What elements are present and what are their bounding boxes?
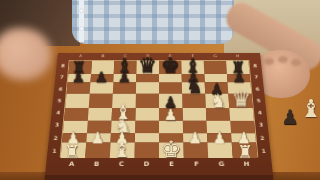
square-a5 <box>65 94 89 108</box>
square-e6 <box>159 82 182 93</box>
coord-label-3: 3 <box>256 119 267 132</box>
captured-black-pawn: ♟ <box>281 107 299 127</box>
square-g2: ♟ <box>207 133 232 143</box>
knuckle <box>291 59 301 66</box>
square-c2: ♟ <box>111 133 135 143</box>
square-h7: ♟ <box>227 74 250 83</box>
coord-label-B: B <box>91 54 114 60</box>
coord-label-H: H <box>226 54 249 60</box>
coord-label-1: 1 <box>258 144 269 157</box>
square-e5: ♟ <box>159 94 182 108</box>
coord-label-4: 4 <box>254 106 265 118</box>
square-d7 <box>136 74 159 83</box>
square-g8 <box>204 61 227 74</box>
square-d5 <box>136 94 159 108</box>
coord-label-6: 6 <box>55 83 65 95</box>
piece-white-queen: ♛ <box>232 91 251 109</box>
square-b8 <box>91 61 114 74</box>
square-d3 <box>135 120 159 132</box>
square-c4: ♝ <box>112 108 136 121</box>
coord-label-G: G <box>204 54 227 60</box>
square-a7: ♟ <box>68 74 91 83</box>
coord-label-7: 7 <box>251 71 261 82</box>
square-d2 <box>135 133 159 143</box>
piece-black-bishop: ♝ <box>116 59 133 75</box>
piece-white-rook: ♜ <box>64 144 80 159</box>
square-f2: ♟ <box>183 133 207 143</box>
square-d8: ♛ <box>136 61 159 74</box>
piece-white-king: ♚ <box>161 140 181 159</box>
square-b1 <box>85 143 110 158</box>
square-h6 <box>228 82 252 93</box>
shirt-button <box>80 9 83 12</box>
coord-label-C: C <box>114 54 137 60</box>
piece-black-pawn: ♟ <box>164 96 178 109</box>
square-h3 <box>230 120 255 132</box>
coord-label-7: 7 <box>57 71 67 82</box>
coord-label-6: 6 <box>252 83 262 95</box>
square-g5: ♞ <box>205 94 229 108</box>
square-c5 <box>112 94 136 108</box>
file-labels-top: ABCDEFGH <box>69 54 249 60</box>
coord-label-1: 1 <box>49 144 60 157</box>
square-e1: ♚ <box>159 143 184 158</box>
piece-white-knight: ♞ <box>114 118 131 134</box>
square-c6 <box>113 82 136 93</box>
piece-black-knight: ♞ <box>186 79 203 95</box>
square-a1: ♜ <box>61 143 87 158</box>
coord-label-A: A <box>58 161 84 172</box>
piece-white-bishop: ♝ <box>114 105 132 122</box>
square-b3 <box>87 120 112 132</box>
coord-label-5: 5 <box>54 94 64 106</box>
square-f5 <box>182 94 206 108</box>
piece-black-king: ♚ <box>161 57 180 75</box>
square-a6 <box>67 82 91 93</box>
coord-label-8: 8 <box>58 60 68 71</box>
square-g6: ♟ <box>205 82 229 93</box>
board-squares: ♜♝♛♚♝♜♟♟♟♟♟♞♟♟♞♛♝♟♞♟♟♟♟♟♟♜♝♚♜ <box>60 60 259 157</box>
file-labels-bottom: ABCDEFGH <box>58 161 259 172</box>
square-g4 <box>206 108 230 121</box>
coord-label-A: A <box>69 54 92 60</box>
square-e8: ♚ <box>159 61 182 74</box>
square-a2: ♟ <box>62 133 87 143</box>
square-c1: ♝ <box>110 143 135 158</box>
piece-black-queen: ♛ <box>138 57 157 75</box>
square-f1 <box>183 143 208 158</box>
square-e2 <box>159 133 183 143</box>
coord-label-F: F <box>181 54 204 60</box>
coord-label-8: 8 <box>250 60 260 71</box>
piece-black-bishop: ♝ <box>185 59 202 75</box>
square-d6 <box>136 82 159 93</box>
knuckle <box>264 58 274 65</box>
square-g1 <box>207 143 232 158</box>
coord-label-E: E <box>159 54 182 60</box>
piece-white-rook: ♜ <box>238 144 254 159</box>
square-c8: ♝ <box>114 61 137 74</box>
piece-white-knight: ♞ <box>209 93 226 109</box>
square-f8: ♝ <box>181 61 204 74</box>
square-h2: ♟ <box>231 133 256 143</box>
square-g7 <box>204 74 227 83</box>
coord-label-4: 4 <box>53 106 64 118</box>
square-e3 <box>159 120 183 132</box>
square-e7 <box>159 74 182 83</box>
square-c3: ♞ <box>111 120 135 132</box>
square-g3 <box>206 120 231 132</box>
chess-board: ABCDEFGH ABCDEFGH 12345678 12345678 ♜♝♛♚… <box>45 53 273 175</box>
coord-label-B: B <box>84 161 110 172</box>
square-a4 <box>64 108 89 121</box>
person-shirt <box>72 0 234 44</box>
coord-label-D: D <box>136 54 159 60</box>
coord-label-H: H <box>234 161 260 172</box>
coord-label-2: 2 <box>257 131 268 144</box>
coord-label-G: G <box>209 161 235 172</box>
shirt-placket <box>79 0 84 42</box>
knuckle <box>278 56 288 63</box>
piece-white-bishop: ♝ <box>113 142 132 160</box>
square-b2: ♟ <box>86 133 111 143</box>
square-h5: ♛ <box>228 94 252 108</box>
square-f7: ♟ <box>182 74 205 83</box>
square-b4 <box>88 108 112 121</box>
coord-label-3: 3 <box>52 119 63 132</box>
video-frame: ABCDEFGH ABCDEFGH 12345678 12345678 ♜♝♛♚… <box>0 0 320 180</box>
square-b7: ♟ <box>90 74 113 83</box>
coord-label-F: F <box>184 161 209 172</box>
coord-label-C: C <box>109 161 134 172</box>
square-b5 <box>89 94 113 108</box>
square-f4 <box>182 108 206 121</box>
square-d4 <box>135 108 159 121</box>
captured-white-bishop: ♝ <box>300 96 320 121</box>
square-h8: ♜ <box>226 61 250 74</box>
square-d1 <box>134 143 159 158</box>
square-f3 <box>183 120 207 132</box>
coord-label-E: E <box>159 161 184 172</box>
square-a8: ♜ <box>68 61 92 74</box>
square-a3 <box>63 120 88 132</box>
square-c7: ♟ <box>113 74 136 83</box>
square-f6: ♞ <box>182 82 205 93</box>
square-h1: ♜ <box>232 143 258 158</box>
shirt-button <box>80 27 83 30</box>
square-h4 <box>229 108 254 121</box>
coord-label-5: 5 <box>253 94 263 106</box>
coord-label-D: D <box>134 161 159 172</box>
coord-label-2: 2 <box>50 131 61 144</box>
square-b6 <box>90 82 114 93</box>
square-e4: ♟ <box>159 108 183 121</box>
